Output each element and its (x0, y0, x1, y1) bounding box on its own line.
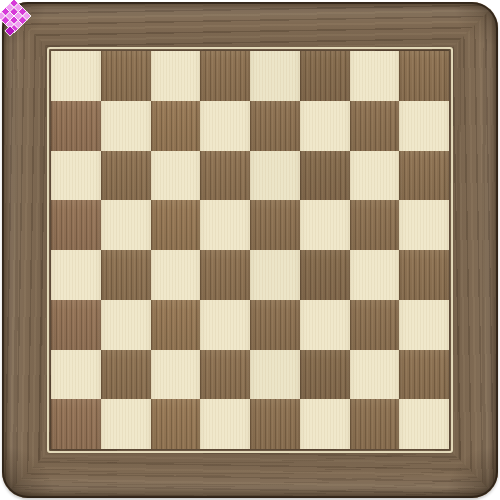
square-d6[interactable] (200, 151, 250, 201)
square-g3[interactable] (350, 300, 400, 350)
square-g2[interactable] (350, 350, 400, 400)
square-g8[interactable] (350, 51, 400, 101)
square-f7[interactable] (300, 101, 350, 151)
square-d5[interactable] (200, 200, 250, 250)
square-g1[interactable] (350, 399, 400, 449)
square-g5[interactable] (350, 200, 400, 250)
logo-lattice (0, 0, 31, 33)
square-e3[interactable] (250, 300, 300, 350)
square-a1[interactable] (51, 399, 101, 449)
square-f4[interactable] (300, 250, 350, 300)
square-d4[interactable] (200, 250, 250, 300)
square-e6[interactable] (250, 151, 300, 201)
square-b3[interactable] (101, 300, 151, 350)
square-c1[interactable] (151, 399, 201, 449)
playing-field (51, 51, 449, 449)
frame-bottom-rail (2, 449, 498, 498)
page-background: Empty wooden chessboard, walnut frame wi… (0, 0, 500, 500)
square-f5[interactable] (300, 200, 350, 250)
square-a8[interactable] (51, 51, 101, 101)
square-g7[interactable] (350, 101, 400, 151)
square-h8[interactable] (399, 51, 449, 101)
square-h6[interactable] (399, 151, 449, 201)
square-f8[interactable] (300, 51, 350, 101)
square-b2[interactable] (101, 350, 151, 400)
square-e5[interactable] (250, 200, 300, 250)
square-h7[interactable] (399, 101, 449, 151)
square-d3[interactable] (200, 300, 250, 350)
square-c2[interactable] (151, 350, 201, 400)
square-e8[interactable] (250, 51, 300, 101)
square-b1[interactable] (101, 399, 151, 449)
square-b8[interactable] (101, 51, 151, 101)
frame-right-rail (449, 2, 498, 498)
square-a2[interactable] (51, 350, 101, 400)
square-g4[interactable] (350, 250, 400, 300)
square-b4[interactable] (101, 250, 151, 300)
square-a4[interactable] (51, 250, 101, 300)
square-h5[interactable] (399, 200, 449, 250)
chessboard: Empty wooden chessboard, walnut frame wi… (2, 2, 498, 498)
square-a3[interactable] (51, 300, 101, 350)
square-e1[interactable] (250, 399, 300, 449)
square-g6[interactable] (350, 151, 400, 201)
square-a5[interactable] (51, 200, 101, 250)
square-f3[interactable] (300, 300, 350, 350)
square-b5[interactable] (101, 200, 151, 250)
frame-left-rail (2, 2, 51, 498)
square-c5[interactable] (151, 200, 201, 250)
square-e2[interactable] (250, 350, 300, 400)
square-f1[interactable] (300, 399, 350, 449)
square-b6[interactable] (101, 151, 151, 201)
square-e4[interactable] (250, 250, 300, 300)
square-a6[interactable] (51, 151, 101, 201)
diamond-lattice-logo (0, 0, 42, 43)
square-h4[interactable] (399, 250, 449, 300)
square-h3[interactable] (399, 300, 449, 350)
square-b7[interactable] (101, 101, 151, 151)
square-h2[interactable] (399, 350, 449, 400)
square-c4[interactable] (151, 250, 201, 300)
square-c6[interactable] (151, 151, 201, 201)
square-c8[interactable] (151, 51, 201, 101)
square-f2[interactable] (300, 350, 350, 400)
square-a7[interactable] (51, 101, 101, 151)
square-f6[interactable] (300, 151, 350, 201)
square-d7[interactable] (200, 101, 250, 151)
frame-top-rail (2, 2, 498, 51)
square-e7[interactable] (250, 101, 300, 151)
square-c3[interactable] (151, 300, 201, 350)
square-c7[interactable] (151, 101, 201, 151)
square-h1[interactable] (399, 399, 449, 449)
square-d8[interactable] (200, 51, 250, 101)
square-d1[interactable] (200, 399, 250, 449)
square-d2[interactable] (200, 350, 250, 400)
